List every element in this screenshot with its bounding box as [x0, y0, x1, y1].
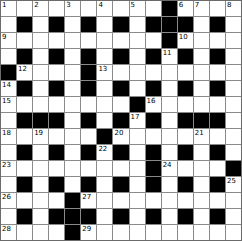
cell-r3c10[interactable] — [146, 33, 161, 48]
cell-r11c8[interactable] — [113, 161, 128, 176]
cell-r12c6-blocked — [81, 177, 96, 192]
clue-number-9: 9 — [2, 33, 6, 41]
cell-r15c7[interactable] — [97, 225, 112, 240]
cell-r11c12[interactable] — [178, 161, 193, 176]
cell-r15c8[interactable] — [113, 225, 128, 240]
cell-r1c14[interactable] — [210, 1, 225, 16]
cell-r2c9[interactable] — [130, 17, 145, 32]
clue-number-1: 1 — [2, 1, 6, 9]
cell-r12c9[interactable] — [130, 177, 145, 192]
clue-number-17: 17 — [131, 113, 140, 121]
cell-r11c7[interactable] — [97, 161, 112, 176]
clue-number-22: 22 — [98, 145, 107, 153]
clue-number-19: 19 — [34, 129, 43, 137]
cell-r15c11[interactable] — [162, 225, 177, 240]
cell-r2c4-blocked — [49, 17, 64, 32]
cell-r5c6-blocked — [81, 65, 96, 80]
cell-r8c7[interactable] — [97, 113, 112, 128]
cell-r7c12[interactable] — [178, 97, 193, 112]
cell-r14c10-blocked — [146, 209, 161, 224]
clue-number-5: 5 — [131, 1, 135, 9]
cell-r2c8-blocked — [113, 17, 128, 32]
cell-r9c13[interactable]: 21 — [194, 129, 209, 144]
cell-r1c7[interactable]: 4 — [97, 1, 112, 16]
cell-r9c10[interactable] — [146, 129, 161, 144]
cell-r14c14-blocked — [210, 209, 225, 224]
cell-r10c1[interactable] — [1, 145, 16, 160]
cell-r6c12-blocked — [178, 81, 193, 96]
cell-r6c5[interactable] — [65, 81, 80, 96]
cell-r8c13-blocked — [194, 113, 209, 128]
cell-r12c14-blocked — [210, 177, 225, 192]
cell-r12c5[interactable] — [65, 177, 80, 192]
cell-r3c8[interactable] — [113, 33, 128, 48]
cell-r10c3[interactable] — [33, 145, 48, 160]
cell-r14c3[interactable] — [33, 209, 48, 224]
cell-r5c10[interactable] — [146, 65, 161, 80]
cell-r9c15[interactable] — [226, 129, 241, 144]
cell-r12c1[interactable] — [1, 177, 16, 192]
clue-number-14: 14 — [2, 81, 11, 89]
cell-r7c6[interactable] — [81, 97, 96, 112]
cell-r12c11[interactable] — [162, 177, 177, 192]
cell-r14c9[interactable] — [130, 209, 145, 224]
cell-r6c3[interactable] — [33, 81, 48, 96]
cell-r15c12[interactable] — [178, 225, 193, 240]
cell-r1c1[interactable]: 1 — [1, 1, 16, 16]
cell-r15c4[interactable] — [49, 225, 64, 240]
cell-r13c8[interactable] — [113, 193, 128, 208]
cell-r9c6[interactable] — [81, 129, 96, 144]
cell-r8c14-blocked — [210, 113, 225, 128]
cell-r8c9[interactable]: 17 — [130, 113, 145, 128]
cell-r3c1[interactable]: 9 — [1, 33, 16, 48]
cell-r7c10[interactable]: 16 — [146, 97, 161, 112]
cell-r10c14-blocked — [210, 145, 225, 160]
cell-r8c12-blocked — [178, 113, 193, 128]
cell-r3c12[interactable]: 10 — [178, 33, 193, 48]
cell-r15c13[interactable] — [194, 225, 209, 240]
clue-number-10: 10 — [179, 33, 188, 41]
cell-r8c3-blocked — [33, 113, 48, 128]
cell-r6c10-blocked — [146, 81, 161, 96]
cell-r7c1[interactable]: 15 — [1, 97, 16, 112]
cell-r2c3[interactable] — [33, 17, 48, 32]
cell-r2c6-blocked — [81, 17, 96, 32]
cell-r8c2-blocked — [17, 113, 32, 128]
cell-r1c4[interactable] — [49, 1, 64, 16]
cell-r8c11[interactable] — [162, 113, 177, 128]
cell-r2c12-blocked — [178, 17, 193, 32]
cell-r15c14[interactable] — [210, 225, 225, 240]
cell-r7c7[interactable] — [97, 97, 112, 112]
cell-r13c11[interactable] — [162, 193, 177, 208]
cell-r14c8-blocked — [113, 209, 128, 224]
cell-r5c12[interactable] — [178, 65, 193, 80]
cell-r4c1[interactable] — [1, 49, 16, 64]
cell-r3c4[interactable] — [49, 33, 64, 48]
cell-r5c8[interactable] — [113, 65, 128, 80]
cell-r13c6[interactable]: 27 — [81, 193, 96, 208]
cell-r7c3[interactable] — [33, 97, 48, 112]
cell-r14c11[interactable] — [162, 209, 177, 224]
cell-r7c8[interactable] — [113, 97, 128, 112]
cell-r1c10[interactable] — [146, 1, 161, 16]
cell-r3c15[interactable] — [226, 33, 241, 48]
cell-r12c2-blocked — [17, 177, 32, 192]
cell-r13c15[interactable] — [226, 193, 241, 208]
cell-r13c2[interactable] — [17, 193, 32, 208]
cell-r12c4-blocked — [49, 177, 64, 192]
cell-r9c14[interactable] — [210, 129, 225, 144]
cell-r9c11[interactable] — [162, 129, 177, 144]
cell-r12c10-blocked — [146, 177, 161, 192]
cell-r11c10-blocked — [146, 161, 161, 176]
cell-r6c14-blocked — [210, 81, 225, 96]
clue-number-27: 27 — [82, 193, 91, 201]
cell-r11c11[interactable]: 24 — [162, 161, 177, 176]
cell-r3c7[interactable] — [97, 33, 112, 48]
cell-r9c3[interactable]: 19 — [33, 129, 48, 144]
cell-r7c13[interactable] — [194, 97, 209, 112]
cell-r10c5[interactable] — [65, 145, 80, 160]
cell-r1c11-blocked — [162, 1, 177, 16]
cell-r2c11-blocked — [162, 17, 177, 32]
cell-r9c5[interactable] — [65, 129, 80, 144]
cell-r3c11-blocked — [162, 33, 177, 48]
cell-r1c6[interactable] — [81, 1, 96, 16]
cell-r11c9[interactable] — [130, 161, 145, 176]
cell-r4c15[interactable] — [226, 49, 241, 64]
cell-r10c11[interactable] — [162, 145, 177, 160]
clue-number-15: 15 — [2, 97, 11, 105]
cell-r7c11[interactable] — [162, 97, 177, 112]
cell-r10c10-blocked — [146, 145, 161, 160]
cell-r11c6[interactable] — [81, 161, 96, 176]
cell-r14c7[interactable] — [97, 209, 112, 224]
cell-r12c3[interactable] — [33, 177, 48, 192]
cell-r1c3[interactable]: 2 — [33, 1, 48, 16]
cell-r13c10[interactable] — [146, 193, 161, 208]
cell-r8c4-blocked — [49, 113, 64, 128]
cell-r9c1[interactable]: 18 — [1, 129, 16, 144]
cell-r7c9-blocked — [130, 97, 145, 112]
cell-r1c8[interactable] — [113, 1, 128, 16]
cell-r6c11[interactable] — [162, 81, 177, 96]
cell-r15c5-blocked — [65, 225, 80, 240]
cell-r14c15[interactable] — [226, 209, 241, 224]
cell-r7c2[interactable] — [17, 97, 32, 112]
cell-r2c10-blocked — [146, 17, 161, 32]
cell-r12c13[interactable] — [194, 177, 209, 192]
cell-r15c15[interactable] — [226, 225, 241, 240]
cell-r13c1[interactable]: 26 — [1, 193, 16, 208]
cell-r1c12[interactable]: 6 — [178, 1, 193, 16]
cell-r11c15-blocked — [226, 161, 241, 176]
cell-r14c6-blocked — [81, 209, 96, 224]
cell-r2c1[interactable] — [1, 17, 16, 32]
cell-r9c7-blocked — [97, 129, 112, 144]
cell-r6c15[interactable] — [226, 81, 241, 96]
cell-r9c9[interactable] — [130, 129, 145, 144]
cell-r7c4[interactable] — [49, 97, 64, 112]
cell-r13c5-blocked — [65, 193, 80, 208]
clue-number-21: 21 — [195, 129, 204, 137]
cell-r11c2[interactable] — [17, 161, 32, 176]
clue-number-3: 3 — [66, 1, 70, 9]
cell-r10c9[interactable] — [130, 145, 145, 160]
cell-r11c4[interactable] — [49, 161, 64, 176]
cell-r14c5-blocked — [65, 209, 80, 224]
clue-number-25: 25 — [227, 177, 236, 185]
cell-r11c14[interactable] — [210, 161, 225, 176]
cell-r13c9[interactable] — [130, 193, 145, 208]
cell-r13c13[interactable] — [194, 193, 209, 208]
clue-number-23: 23 — [2, 161, 11, 169]
cell-r2c14-blocked — [210, 17, 225, 32]
cell-r8c1[interactable] — [1, 113, 16, 128]
clue-number-26: 26 — [2, 193, 11, 201]
cell-r10c13[interactable] — [194, 145, 209, 160]
cell-r9c12[interactable] — [178, 129, 193, 144]
cell-r15c10[interactable] — [146, 225, 161, 240]
clue-number-6: 6 — [179, 1, 183, 9]
cell-r6c7[interactable] — [97, 81, 112, 96]
cell-r5c11[interactable] — [162, 65, 177, 80]
cell-r4c13[interactable] — [194, 49, 209, 64]
cell-r2c7[interactable] — [97, 17, 112, 32]
cell-r5c15[interactable] — [226, 65, 241, 80]
cell-r8c5[interactable] — [65, 113, 80, 128]
cell-r4c7[interactable] — [97, 49, 112, 64]
clue-number-11: 11 — [163, 49, 172, 57]
cell-r4c14-blocked — [210, 49, 225, 64]
cell-r5c13[interactable] — [194, 65, 209, 80]
clue-number-13: 13 — [98, 65, 107, 73]
cell-r9c2[interactable] — [17, 129, 32, 144]
cell-r11c3[interactable] — [33, 161, 48, 176]
cell-r6c9[interactable] — [130, 81, 145, 96]
cell-r14c13[interactable] — [194, 209, 209, 224]
cell-r15c9[interactable] — [130, 225, 145, 240]
cell-r4c11[interactable]: 11 — [162, 49, 177, 64]
clue-number-4: 4 — [98, 1, 102, 9]
cell-r3c13[interactable] — [194, 33, 209, 48]
cell-r4c5[interactable] — [65, 49, 80, 64]
cell-r7c14[interactable] — [210, 97, 225, 112]
cell-r3c6[interactable] — [81, 33, 96, 48]
cell-r10c6-blocked — [81, 145, 96, 160]
cell-r8c15[interactable] — [226, 113, 241, 128]
cell-r13c3[interactable] — [33, 193, 48, 208]
cell-r5c5[interactable] — [65, 65, 80, 80]
cell-r4c6-blocked — [81, 49, 96, 64]
cell-r4c3[interactable] — [33, 49, 48, 64]
cell-r5c3[interactable] — [33, 65, 48, 80]
cell-r5c1-blocked — [1, 65, 16, 80]
cell-r15c2[interactable] — [17, 225, 32, 240]
cell-r13c14[interactable] — [210, 193, 225, 208]
cell-r15c1[interactable]: 28 — [1, 225, 16, 240]
cell-r13c7[interactable] — [97, 193, 112, 208]
clue-number-7: 7 — [195, 1, 199, 9]
cell-r12c12-blocked — [178, 177, 193, 192]
cell-r3c5[interactable] — [65, 33, 80, 48]
crossword-grid: 1234567891011121314151617181920212223242… — [0, 0, 242, 241]
cell-r6c4-blocked — [49, 81, 64, 96]
cell-r1c9[interactable]: 5 — [130, 1, 145, 16]
cell-r3c2[interactable] — [17, 33, 32, 48]
cell-r6c2-blocked — [17, 81, 32, 96]
cell-r1c15[interactable]: 8 — [226, 1, 241, 16]
cell-r10c7[interactable]: 22 — [97, 145, 112, 160]
clue-number-18: 18 — [2, 129, 11, 137]
cell-r11c13[interactable] — [194, 161, 209, 176]
cell-r12c8-blocked — [113, 177, 128, 192]
cell-r14c2-blocked — [17, 209, 32, 224]
cell-r8c8-blocked — [113, 113, 128, 128]
cell-r5c2[interactable]: 12 — [17, 65, 32, 80]
cell-r6c13[interactable] — [194, 81, 209, 96]
cell-r10c12-blocked — [178, 145, 193, 160]
cell-r9c8[interactable]: 20 — [113, 129, 128, 144]
cell-r10c8-blocked — [113, 145, 128, 160]
cell-r3c9[interactable] — [130, 33, 145, 48]
cell-r5c4[interactable] — [49, 65, 64, 80]
cell-r1c2[interactable] — [17, 1, 32, 16]
cell-r11c5[interactable] — [65, 161, 80, 176]
cell-r3c3[interactable] — [33, 33, 48, 48]
cell-r15c6[interactable]: 29 — [81, 225, 96, 240]
cell-r4c9[interactable] — [130, 49, 145, 64]
cell-r10c15[interactable] — [226, 145, 241, 160]
clue-number-28: 28 — [2, 225, 11, 233]
clue-number-29: 29 — [82, 225, 91, 233]
cell-r5c7[interactable]: 13 — [97, 65, 112, 80]
cell-r2c5[interactable] — [65, 17, 80, 32]
cell-r4c2-blocked — [17, 49, 32, 64]
cell-r1c5[interactable]: 3 — [65, 1, 80, 16]
cell-r4c12-blocked — [178, 49, 193, 64]
cell-r6c8-blocked — [113, 81, 128, 96]
cell-r12c7[interactable] — [97, 177, 112, 192]
cell-r4c4-blocked — [49, 49, 64, 64]
cell-r7c5[interactable] — [65, 97, 80, 112]
cell-r12c15[interactable]: 25 — [226, 177, 241, 192]
cell-r14c1[interactable] — [1, 209, 16, 224]
cell-r8c10-blocked — [146, 113, 161, 128]
cell-r6c1[interactable]: 14 — [1, 81, 16, 96]
cell-r7c15[interactable] — [226, 97, 241, 112]
cell-r11c1[interactable]: 23 — [1, 161, 16, 176]
cell-r14c12-blocked — [178, 209, 193, 224]
cell-r1c13[interactable]: 7 — [194, 1, 209, 16]
cell-r4c8-blocked — [113, 49, 128, 64]
cell-r8c6-blocked — [81, 113, 96, 128]
cell-r3c14[interactable] — [210, 33, 225, 48]
clue-number-2: 2 — [34, 1, 38, 9]
clue-number-12: 12 — [18, 65, 27, 73]
cell-r6c6-blocked — [81, 81, 96, 96]
clue-number-20: 20 — [114, 129, 123, 137]
cell-r2c2-blocked — [17, 17, 32, 32]
cell-r9c4[interactable] — [49, 129, 64, 144]
cell-r4c10-blocked — [146, 49, 161, 64]
cell-r13c4[interactable] — [49, 193, 64, 208]
cell-r10c2-blocked — [17, 145, 32, 160]
cell-r15c3[interactable] — [33, 225, 48, 240]
cell-r2c13[interactable] — [194, 17, 209, 32]
cell-r10c4-blocked — [49, 145, 64, 160]
clue-number-8: 8 — [227, 1, 231, 9]
cell-r5c14[interactable] — [210, 65, 225, 80]
cell-r5c9[interactable] — [130, 65, 145, 80]
cell-r14c4-blocked — [49, 209, 64, 224]
clue-number-24: 24 — [163, 161, 172, 169]
clue-number-16: 16 — [147, 97, 156, 105]
cell-r13c12[interactable] — [178, 193, 193, 208]
cell-r2c15[interactable] — [226, 17, 241, 32]
